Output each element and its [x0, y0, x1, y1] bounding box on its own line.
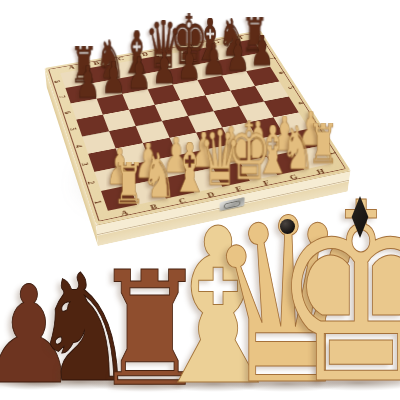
dark-pawn: ♟	[177, 48, 193, 82]
dark-pawn: ♟	[127, 56, 143, 91]
chess-set-photo: ABCDEFGH ABCDEFGH 87654321 87654321 ♜♞♝♛…	[0, 0, 400, 400]
dark-pawn: ♟	[226, 39, 242, 73]
square-c5	[129, 105, 162, 126]
light-rook: ♜	[113, 162, 132, 207]
square-a1: ♜	[101, 185, 137, 211]
dark-pawn: ♟	[75, 65, 91, 100]
dark-pawn: ♟	[101, 61, 117, 96]
dark-pawn: ♟	[152, 52, 168, 87]
queen-ball-finial-icon	[280, 219, 295, 234]
dark-pawn: ♟	[202, 43, 218, 77]
